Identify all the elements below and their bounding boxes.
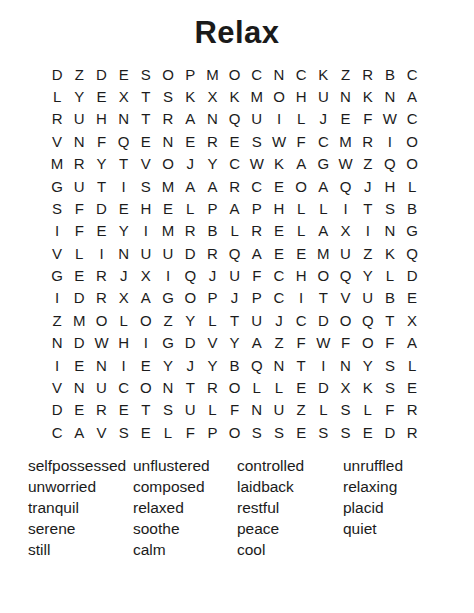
grid-cell[interactable]: T: [312, 287, 334, 309]
grid-cell[interactable]: N: [268, 354, 290, 376]
grid-cell[interactable]: C: [46, 421, 68, 443]
grid-cell[interactable]: B: [379, 287, 401, 309]
grid-cell[interactable]: C: [246, 63, 268, 85]
grid-cell[interactable]: F: [90, 130, 112, 152]
grid-cell[interactable]: Q: [357, 309, 379, 331]
grid-cell[interactable]: N: [268, 63, 290, 85]
grid-cell[interactable]: P: [201, 197, 223, 219]
grid-cell[interactable]: J: [179, 354, 201, 376]
grid-cell[interactable]: A: [401, 85, 423, 107]
grid-cell[interactable]: O: [334, 309, 356, 331]
grid-cell[interactable]: T: [179, 376, 201, 398]
grid-cell[interactable]: W: [268, 130, 290, 152]
grid-cell[interactable]: N: [379, 85, 401, 107]
grid-cell[interactable]: I: [113, 175, 135, 197]
grid-cell[interactable]: X: [334, 376, 356, 398]
grid-cell[interactable]: E: [268, 175, 290, 197]
letter-grid: DZDESOPMOCNCKZRBCLYEXTSKXKMOHUNKNARUHNTR…: [46, 63, 423, 443]
grid-cell[interactable]: D: [90, 197, 112, 219]
grid-cell[interactable]: M: [157, 175, 179, 197]
grid-cell[interactable]: U: [224, 264, 246, 286]
grid-cell[interactable]: W: [246, 153, 268, 175]
grid-cell[interactable]: J: [268, 309, 290, 331]
grid-cell[interactable]: N: [68, 130, 90, 152]
grid-cell[interactable]: Q: [224, 242, 246, 264]
grid-cell[interactable]: M: [68, 309, 90, 331]
grid-cell[interactable]: N: [157, 130, 179, 152]
grid-cell[interactable]: C: [113, 376, 135, 398]
grid-cell[interactable]: L: [224, 220, 246, 242]
grid-cell[interactable]: J: [179, 153, 201, 175]
grid-cell[interactable]: L: [201, 309, 223, 331]
grid-cell[interactable]: M: [334, 130, 356, 152]
grid-cell[interactable]: D: [90, 63, 112, 85]
grid-cell[interactable]: T: [357, 197, 379, 219]
grid-cell[interactable]: K: [179, 85, 201, 107]
grid-cell[interactable]: S: [379, 376, 401, 398]
grid-cell[interactable]: I: [46, 287, 68, 309]
grid-cell[interactable]: A: [68, 421, 90, 443]
grid-cell[interactable]: Y: [201, 153, 223, 175]
grid-cell[interactable]: S: [135, 175, 157, 197]
grid-cell[interactable]: E: [334, 108, 356, 130]
grid-cell[interactable]: U: [268, 399, 290, 421]
grid-cell[interactable]: F: [379, 332, 401, 354]
grid-cell[interactable]: I: [135, 332, 157, 354]
grid-cell[interactable]: D: [179, 242, 201, 264]
grid-cell[interactable]: Q: [113, 130, 135, 152]
grid-cell[interactable]: O: [224, 421, 246, 443]
grid-cell[interactable]: W: [334, 153, 356, 175]
grid-cell[interactable]: I: [312, 354, 334, 376]
grid-cell[interactable]: R: [401, 399, 423, 421]
grid-cell[interactable]: K: [357, 85, 379, 107]
grid-cell[interactable]: Y: [68, 85, 90, 107]
grid-cell[interactable]: E: [90, 85, 112, 107]
grid-cell[interactable]: Y: [201, 354, 223, 376]
grid-cell[interactable]: Z: [357, 242, 379, 264]
grid-cell[interactable]: S: [246, 130, 268, 152]
grid-cell[interactable]: O: [135, 376, 157, 398]
grid-cell[interactable]: Q: [334, 175, 356, 197]
grid-cell[interactable]: C: [290, 63, 312, 85]
grid-cell[interactable]: V: [46, 242, 68, 264]
grid-cell[interactable]: X: [401, 309, 423, 331]
grid-cell[interactable]: T: [224, 309, 246, 331]
grid-cell[interactable]: L: [290, 197, 312, 219]
grid-cell[interactable]: C: [246, 175, 268, 197]
grid-cell[interactable]: N: [113, 242, 135, 264]
grid-cell[interactable]: L: [379, 264, 401, 286]
grid-cell[interactable]: R: [357, 130, 379, 152]
grid-cell[interactable]: P: [179, 63, 201, 85]
grid-cell[interactable]: E: [135, 354, 157, 376]
grid-cell[interactable]: C: [268, 287, 290, 309]
grid-cell[interactable]: S: [334, 421, 356, 443]
grid-cell[interactable]: H: [113, 332, 135, 354]
grid-cell[interactable]: H: [90, 108, 112, 130]
grid-cell[interactable]: N: [201, 108, 223, 130]
grid-cell[interactable]: W: [90, 332, 112, 354]
grid-cell[interactable]: G: [46, 264, 68, 286]
word-list-item: unflustered: [133, 455, 237, 476]
grid-cell[interactable]: A: [201, 175, 223, 197]
grid-cell[interactable]: S: [46, 197, 68, 219]
grid-cell[interactable]: M: [157, 220, 179, 242]
grid-cell[interactable]: F: [379, 399, 401, 421]
grid-cell[interactable]: X: [135, 264, 157, 286]
grid-cell[interactable]: O: [224, 63, 246, 85]
grid-cell[interactable]: F: [290, 332, 312, 354]
grid-cell[interactable]: Y: [224, 332, 246, 354]
word-list: selfpossessedunworriedtranquilserenestil…: [28, 455, 403, 560]
grid-cell[interactable]: E: [401, 376, 423, 398]
grid-cell[interactable]: B: [401, 197, 423, 219]
word-list-item: laidback: [237, 476, 343, 497]
grid-cell[interactable]: E: [224, 130, 246, 152]
grid-cell[interactable]: Q: [379, 153, 401, 175]
grid-cell[interactable]: V: [46, 130, 68, 152]
grid-cell[interactable]: O: [179, 287, 201, 309]
grid-cell[interactable]: F: [179, 421, 201, 443]
grid-cell[interactable]: I: [290, 287, 312, 309]
grid-cell[interactable]: N: [334, 354, 356, 376]
grid-cell[interactable]: L: [357, 399, 379, 421]
word-list-item: serene: [28, 518, 133, 539]
grid-cell[interactable]: E: [113, 399, 135, 421]
grid-cell[interactable]: J: [224, 287, 246, 309]
grid-cell[interactable]: G: [401, 220, 423, 242]
grid-cell[interactable]: E: [290, 421, 312, 443]
grid-cell[interactable]: D: [312, 309, 334, 331]
grid-cell[interactable]: A: [312, 220, 334, 242]
grid-cell[interactable]: P: [201, 421, 223, 443]
grid-cell[interactable]: A: [224, 197, 246, 219]
grid-cell[interactable]: Z: [334, 63, 356, 85]
grid-cell[interactable]: J: [312, 108, 334, 130]
grid-cell[interactable]: O: [401, 130, 423, 152]
grid-cell[interactable]: E: [401, 287, 423, 309]
grid-cell[interactable]: Q: [334, 264, 356, 286]
grid-cell[interactable]: E: [113, 197, 135, 219]
grid-cell[interactable]: L: [290, 220, 312, 242]
grid-cell[interactable]: E: [68, 354, 90, 376]
word-list-column: selfpossessedunworriedtranquilserenestil…: [28, 455, 133, 560]
grid-cell[interactable]: R: [46, 108, 68, 130]
grid-cell[interactable]: C: [312, 130, 334, 152]
grid-cell[interactable]: K: [224, 85, 246, 107]
grid-cell[interactable]: E: [157, 197, 179, 219]
grid-cell[interactable]: I: [357, 220, 379, 242]
grid-cell[interactable]: O: [290, 175, 312, 197]
grid-cell[interactable]: A: [401, 332, 423, 354]
grid-cell[interactable]: E: [290, 376, 312, 398]
grid-cell[interactable]: P: [246, 197, 268, 219]
grid-cell[interactable]: A: [246, 242, 268, 264]
grid-cell[interactable]: K: [379, 242, 401, 264]
grid-cell[interactable]: S: [157, 85, 179, 107]
grid-cell[interactable]: E: [68, 399, 90, 421]
grid-cell[interactable]: S: [246, 421, 268, 443]
grid-cell[interactable]: N: [68, 376, 90, 398]
grid-cell[interactable]: E: [268, 242, 290, 264]
grid-cell[interactable]: I: [268, 108, 290, 130]
grid-cell[interactable]: S: [379, 354, 401, 376]
grid-cell[interactable]: O: [157, 153, 179, 175]
grid-cell[interactable]: E: [179, 130, 201, 152]
grid-cell[interactable]: L: [312, 197, 334, 219]
grid-cell[interactable]: X: [201, 85, 223, 107]
grid-cell[interactable]: O: [224, 376, 246, 398]
grid-cell[interactable]: S: [113, 421, 135, 443]
grid-cell[interactable]: L: [201, 399, 223, 421]
grid-cell[interactable]: S: [157, 399, 179, 421]
word-list-item: selfpossessed: [28, 455, 133, 476]
grid-cell[interactable]: F: [68, 197, 90, 219]
grid-cell[interactable]: L: [68, 242, 90, 264]
grid-cell[interactable]: Q: [246, 354, 268, 376]
grid-cell[interactable]: J: [201, 264, 223, 286]
grid-cell[interactable]: J: [113, 264, 135, 286]
grid-cell[interactable]: O: [90, 309, 112, 331]
grid-cell[interactable]: I: [113, 354, 135, 376]
grid-cell[interactable]: X: [334, 220, 356, 242]
grid-cell[interactable]: P: [246, 287, 268, 309]
grid-cell[interactable]: H: [379, 175, 401, 197]
grid-cell[interactable]: R: [157, 108, 179, 130]
grid-cell[interactable]: D: [312, 376, 334, 398]
grid-cell[interactable]: Q: [179, 264, 201, 286]
grid-cell[interactable]: U: [312, 85, 334, 107]
grid-cell[interactable]: I: [334, 197, 356, 219]
grid-cell[interactable]: L: [401, 175, 423, 197]
grid-cell[interactable]: I: [90, 242, 112, 264]
grid-cell[interactable]: R: [179, 220, 201, 242]
grid-cell[interactable]: Y: [157, 354, 179, 376]
grid-cell[interactable]: T: [90, 175, 112, 197]
grid-cell[interactable]: R: [90, 264, 112, 286]
grid-cell[interactable]: H: [290, 85, 312, 107]
grid-cell[interactable]: H: [290, 264, 312, 286]
grid-cell[interactable]: D: [68, 332, 90, 354]
grid-cell[interactable]: N: [90, 354, 112, 376]
grid-cell[interactable]: T: [135, 85, 157, 107]
grid-cell[interactable]: D: [46, 63, 68, 85]
grid-cell[interactable]: T: [135, 108, 157, 130]
grid-cell[interactable]: L: [401, 354, 423, 376]
grid-cell[interactable]: E: [135, 130, 157, 152]
grid-cell[interactable]: G: [157, 332, 179, 354]
grid-cell[interactable]: T: [113, 153, 135, 175]
grid-cell[interactable]: K: [312, 63, 334, 85]
grid-cell[interactable]: Q: [224, 108, 246, 130]
grid-cell[interactable]: O: [268, 85, 290, 107]
grid-cell[interactable]: X: [113, 287, 135, 309]
grid-cell[interactable]: R: [68, 153, 90, 175]
grid-cell[interactable]: R: [201, 130, 223, 152]
grid-cell[interactable]: V: [46, 376, 68, 398]
grid-cell[interactable]: R: [401, 421, 423, 443]
grid-cell[interactable]: L: [113, 309, 135, 331]
word-list-item: cool: [237, 539, 343, 560]
grid-cell[interactable]: R: [357, 63, 379, 85]
grid-cell[interactable]: A: [179, 175, 201, 197]
grid-cell[interactable]: Z: [157, 309, 179, 331]
grid-cell[interactable]: R: [246, 220, 268, 242]
grid-cell[interactable]: Z: [290, 399, 312, 421]
grid-cell[interactable]: Z: [268, 332, 290, 354]
grid-cell[interactable]: V: [201, 332, 223, 354]
grid-cell[interactable]: O: [357, 332, 379, 354]
grid-cell[interactable]: R: [90, 399, 112, 421]
grid-cell[interactable]: A: [312, 175, 334, 197]
grid-cell[interactable]: U: [246, 309, 268, 331]
grid-cell[interactable]: S: [135, 63, 157, 85]
grid-cell[interactable]: Q: [401, 242, 423, 264]
grid-cell[interactable]: W: [379, 108, 401, 130]
grid-cell[interactable]: R: [90, 287, 112, 309]
grid-cell[interactable]: M: [201, 63, 223, 85]
grid-cell[interactable]: R: [224, 175, 246, 197]
grid-cell[interactable]: E: [68, 264, 90, 286]
grid-cell[interactable]: U: [334, 242, 356, 264]
grid-cell[interactable]: G: [157, 287, 179, 309]
grid-cell[interactable]: C: [268, 264, 290, 286]
grid-cell[interactable]: D: [401, 264, 423, 286]
grid-cell[interactable]: L: [179, 197, 201, 219]
grid-cell[interactable]: B: [224, 354, 246, 376]
grid-cell[interactable]: G: [46, 175, 68, 197]
grid-cell[interactable]: F: [357, 108, 379, 130]
grid-cell[interactable]: N: [113, 108, 135, 130]
grid-cell[interactable]: D: [379, 421, 401, 443]
grid-cell[interactable]: A: [246, 332, 268, 354]
grid-cell[interactable]: T: [290, 354, 312, 376]
grid-cell[interactable]: N: [246, 399, 268, 421]
grid-cell[interactable]: D: [46, 399, 68, 421]
grid-cell[interactable]: U: [357, 287, 379, 309]
grid-cell[interactable]: E: [90, 220, 112, 242]
grid-cell[interactable]: D: [179, 332, 201, 354]
grid-cell[interactable]: N: [46, 332, 68, 354]
grid-cell[interactable]: R: [201, 376, 223, 398]
grid-cell[interactable]: F: [224, 399, 246, 421]
word-list-item: controlled: [237, 455, 343, 476]
grid-cell[interactable]: J: [357, 175, 379, 197]
grid-cell[interactable]: F: [246, 264, 268, 286]
grid-cell[interactable]: F: [290, 130, 312, 152]
grid-cell[interactable]: Z: [68, 63, 90, 85]
word-list-item: unworried: [28, 476, 133, 497]
grid-cell[interactable]: L: [46, 85, 68, 107]
grid-cell[interactable]: H: [135, 197, 157, 219]
grid-cell[interactable]: T: [135, 399, 157, 421]
grid-cell[interactable]: N: [157, 376, 179, 398]
grid-cell[interactable]: S: [334, 399, 356, 421]
grid-cell[interactable]: B: [379, 63, 401, 85]
grid-cell[interactable]: F: [334, 332, 356, 354]
grid-cell[interactable]: V: [90, 421, 112, 443]
grid-cell[interactable]: L: [312, 399, 334, 421]
grid-cell[interactable]: K: [268, 153, 290, 175]
grid-cell[interactable]: U: [246, 108, 268, 130]
grid-cell[interactable]: I: [46, 220, 68, 242]
grid-cell[interactable]: L: [157, 421, 179, 443]
word-list-item: soothe: [133, 518, 237, 539]
grid-cell[interactable]: M: [312, 242, 334, 264]
grid-cell[interactable]: C: [224, 153, 246, 175]
grid-cell[interactable]: I: [157, 264, 179, 286]
grid-cell[interactable]: E: [135, 421, 157, 443]
grid-cell[interactable]: Y: [357, 264, 379, 286]
grid-cell[interactable]: G: [312, 153, 334, 175]
grid-cell[interactable]: E: [268, 220, 290, 242]
grid-cell[interactable]: U: [90, 376, 112, 398]
grid-cell[interactable]: Y: [179, 309, 201, 331]
grid-cell[interactable]: Z: [46, 309, 68, 331]
grid-cell[interactable]: U: [179, 399, 201, 421]
grid-cell[interactable]: I: [46, 354, 68, 376]
grid-cell[interactable]: F: [68, 220, 90, 242]
grid-cell[interactable]: I: [379, 130, 401, 152]
grid-cell[interactable]: N: [334, 85, 356, 107]
grid-cell[interactable]: O: [157, 63, 179, 85]
grid-cell[interactable]: L: [290, 108, 312, 130]
grid-cell[interactable]: M: [46, 153, 68, 175]
grid-cell[interactable]: C: [401, 63, 423, 85]
grid-cell[interactable]: L: [268, 376, 290, 398]
grid-cell[interactable]: E: [113, 63, 135, 85]
grid-cell[interactable]: A: [290, 153, 312, 175]
grid-cell[interactable]: O: [312, 264, 334, 286]
grid-cell[interactable]: C: [401, 108, 423, 130]
grid-cell[interactable]: D: [68, 287, 90, 309]
grid-cell[interactable]: U: [68, 175, 90, 197]
grid-cell[interactable]: C: [290, 309, 312, 331]
grid-cell[interactable]: V: [334, 287, 356, 309]
grid-cell[interactable]: L: [246, 376, 268, 398]
grid-cell[interactable]: Y: [357, 354, 379, 376]
grid-cell[interactable]: H: [268, 197, 290, 219]
grid-cell[interactable]: U: [135, 242, 157, 264]
grid-cell[interactable]: W: [312, 332, 334, 354]
grid-cell[interactable]: Y: [113, 220, 135, 242]
grid-cell[interactable]: E: [357, 421, 379, 443]
grid-cell[interactable]: U: [68, 108, 90, 130]
grid-cell[interactable]: K: [357, 376, 379, 398]
grid-cell[interactable]: S: [312, 421, 334, 443]
grid-cell[interactable]: A: [179, 108, 201, 130]
grid-cell[interactable]: O: [401, 153, 423, 175]
grid-cell[interactable]: U: [157, 242, 179, 264]
grid-cell[interactable]: S: [268, 421, 290, 443]
grid-cell[interactable]: N: [379, 220, 401, 242]
grid-cell[interactable]: R: [201, 242, 223, 264]
grid-cell[interactable]: A: [135, 287, 157, 309]
grid-cell[interactable]: E: [290, 242, 312, 264]
grid-cell[interactable]: X: [113, 85, 135, 107]
grid-cell[interactable]: I: [135, 220, 157, 242]
grid-cell[interactable]: V: [135, 153, 157, 175]
grid-cell[interactable]: Y: [90, 153, 112, 175]
grid-cell[interactable]: M: [246, 85, 268, 107]
grid-cell[interactable]: T: [379, 309, 401, 331]
grid-cell[interactable]: Z: [357, 153, 379, 175]
grid-cell[interactable]: P: [201, 287, 223, 309]
grid-cell[interactable]: B: [201, 220, 223, 242]
grid-cell[interactable]: O: [135, 309, 157, 331]
grid-cell[interactable]: S: [379, 197, 401, 219]
